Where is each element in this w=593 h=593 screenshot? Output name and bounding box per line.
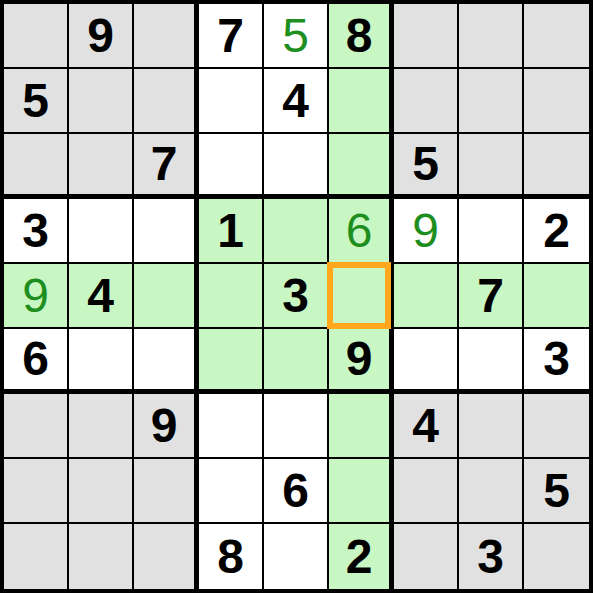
cell-r4c5[interactable] [264,199,329,264]
given-digit: 5 [22,77,49,125]
cell-r5c2[interactable]: 4 [69,264,134,329]
given-digit: 2 [543,207,570,255]
cell-r5c5[interactable]: 3 [264,264,329,329]
cell-r2c1[interactable]: 5 [4,69,69,134]
given-digit: 8 [217,533,244,581]
given-digit: 5 [412,140,439,188]
cell-r8c3[interactable] [134,459,199,524]
cell-r7c6[interactable] [329,394,394,459]
cell-r4c6[interactable]: 6 [329,199,394,264]
cell-r3c1[interactable] [4,134,69,199]
cell-r8c8[interactable] [459,459,524,524]
given-digit: 2 [346,533,373,581]
given-digit: 9 [346,335,373,383]
cell-r7c3[interactable]: 9 [134,394,199,459]
cell-r4c3[interactable] [134,199,199,264]
cell-r9c8[interactable]: 3 [459,524,524,589]
cell-r6c2[interactable] [69,329,134,394]
cell-r6c5[interactable] [264,329,329,394]
cell-r1c7[interactable] [394,4,459,69]
cell-r7c2[interactable] [69,394,134,459]
given-digit: 6 [22,335,49,383]
cell-r1c1[interactable] [4,4,69,69]
cell-r3c2[interactable] [69,134,134,199]
cell-r9c7[interactable] [394,524,459,589]
cell-r1c9[interactable] [524,4,589,69]
given-digit: 7 [151,140,178,188]
cell-r7c9[interactable] [524,394,589,459]
cell-r7c7[interactable]: 4 [394,394,459,459]
cell-r5c7[interactable] [394,264,459,329]
cell-r5c6[interactable] [329,264,394,329]
cell-r6c6[interactable]: 9 [329,329,394,394]
cell-r3c4[interactable] [199,134,264,199]
cell-r7c8[interactable] [459,394,524,459]
cell-r8c4[interactable] [199,459,264,524]
cell-r2c4[interactable] [199,69,264,134]
cell-r1c4[interactable]: 7 [199,4,264,69]
cell-r6c4[interactable] [199,329,264,394]
cell-r3c8[interactable] [459,134,524,199]
cell-r5c9[interactable] [524,264,589,329]
cell-r1c3[interactable] [134,4,199,69]
cell-r2c9[interactable] [524,69,589,134]
cell-r4c9[interactable]: 2 [524,199,589,264]
cell-r9c1[interactable] [4,524,69,589]
given-digit: 6 [282,467,309,515]
cell-r5c3[interactable] [134,264,199,329]
cell-r4c7[interactable]: 9 [394,199,459,264]
cell-r3c3[interactable]: 7 [134,134,199,199]
cell-r5c1[interactable]: 9 [4,264,69,329]
cell-r1c8[interactable] [459,4,524,69]
cell-r6c9[interactable]: 3 [524,329,589,394]
cell-r3c9[interactable] [524,134,589,199]
cell-r9c3[interactable] [134,524,199,589]
cell-r2c6[interactable] [329,69,394,134]
cell-r4c8[interactable] [459,199,524,264]
cell-r8c9[interactable]: 5 [524,459,589,524]
cell-r7c4[interactable] [199,394,264,459]
cell-r4c1[interactable]: 3 [4,199,69,264]
entered-digit: 5 [282,12,309,60]
cell-r5c4[interactable] [199,264,264,329]
cell-r1c6[interactable]: 8 [329,4,394,69]
cell-r8c2[interactable] [69,459,134,524]
cell-r3c6[interactable] [329,134,394,199]
given-digit: 1 [217,207,244,255]
cell-r7c1[interactable] [4,394,69,459]
given-digit: 7 [217,12,244,60]
given-digit: 4 [87,272,114,320]
cell-r7c5[interactable] [264,394,329,459]
cell-r2c7[interactable] [394,69,459,134]
cell-r9c5[interactable] [264,524,329,589]
cell-r5c8[interactable]: 7 [459,264,524,329]
cell-r9c4[interactable]: 8 [199,524,264,589]
cell-r6c3[interactable] [134,329,199,394]
cell-r2c5[interactable]: 4 [264,69,329,134]
cell-r4c2[interactable] [69,199,134,264]
cell-r2c3[interactable] [134,69,199,134]
cell-r6c1[interactable]: 6 [4,329,69,394]
cell-r8c7[interactable] [394,459,459,524]
cell-r2c8[interactable] [459,69,524,134]
cell-r1c5[interactable]: 5 [264,4,329,69]
given-digit: 8 [346,12,373,60]
cell-r1c2[interactable]: 9 [69,4,134,69]
cell-r8c5[interactable]: 6 [264,459,329,524]
given-digit: 4 [412,402,439,450]
entered-digit: 6 [346,207,373,255]
cell-r8c1[interactable] [4,459,69,524]
given-digit: 9 [151,402,178,450]
cell-r9c6[interactable]: 2 [329,524,394,589]
cell-r2c2[interactable] [69,69,134,134]
entered-digit: 9 [412,207,439,255]
given-digit: 3 [477,533,504,581]
given-digit: 3 [282,272,309,320]
cell-r4c4[interactable]: 1 [199,199,264,264]
given-digit: 4 [282,77,309,125]
given-digit: 3 [22,207,49,255]
cell-r6c7[interactable] [394,329,459,394]
given-digit: 5 [543,467,570,515]
cell-r9c9[interactable] [524,524,589,589]
cell-r9c2[interactable] [69,524,134,589]
cell-r6c8[interactable] [459,329,524,394]
cell-r3c5[interactable] [264,134,329,199]
given-digit: 3 [543,335,570,383]
given-digit: 7 [477,272,504,320]
cell-r3c7[interactable]: 5 [394,134,459,199]
sudoku-board: 975854753169294376939465823 [0,0,593,593]
given-digit: 9 [87,12,114,60]
cell-r8c6[interactable] [329,459,394,524]
entered-digit: 9 [22,272,49,320]
